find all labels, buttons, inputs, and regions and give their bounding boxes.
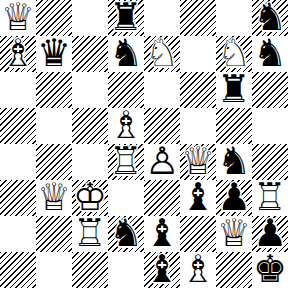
white-pawn-icon: ♙ bbox=[144, 144, 180, 180]
square-e3[interactable] bbox=[144, 180, 180, 216]
square-c3[interactable]: ♚♔ bbox=[72, 180, 108, 216]
white-rook-piece[interactable]: ♜♖ bbox=[108, 144, 144, 180]
black-knight-icon: ♞ bbox=[252, 36, 288, 72]
black-king-icon: ♚ bbox=[252, 252, 288, 288]
square-c7[interactable] bbox=[72, 36, 108, 72]
square-b4[interactable] bbox=[36, 144, 72, 180]
black-pawn-piece[interactable]: ♟♟ bbox=[216, 180, 252, 216]
black-queen-icon: ♛ bbox=[36, 36, 72, 72]
white-rook-icon: ♖ bbox=[108, 144, 144, 180]
square-h6[interactable] bbox=[252, 72, 288, 108]
black-rook-icon: ♜ bbox=[216, 72, 252, 108]
square-e6[interactable] bbox=[144, 72, 180, 108]
white-rook-piece[interactable]: ♜♖ bbox=[252, 180, 288, 216]
square-d7[interactable]: ♞♞ bbox=[108, 36, 144, 72]
black-knight-icon: ♞ bbox=[108, 36, 144, 72]
white-queen-icon: ♕ bbox=[180, 144, 216, 180]
square-f3[interactable]: ♝♝ bbox=[180, 180, 216, 216]
square-c1[interactable] bbox=[72, 252, 108, 288]
white-bishop-icon: ♗ bbox=[0, 36, 36, 72]
square-e4[interactable]: ♟♙ bbox=[144, 144, 180, 180]
white-bishop-piece[interactable]: ♝♗ bbox=[0, 36, 36, 72]
square-f7[interactable] bbox=[180, 36, 216, 72]
black-bishop-icon: ♝ bbox=[144, 216, 180, 252]
square-e2[interactable]: ♝♝ bbox=[144, 216, 180, 252]
square-e5[interactable] bbox=[144, 108, 180, 144]
square-b5[interactable] bbox=[36, 108, 72, 144]
square-h7[interactable]: ♞♞ bbox=[252, 36, 288, 72]
white-queen-piece[interactable]: ♛♕ bbox=[36, 180, 72, 216]
black-knight-icon: ♞ bbox=[252, 0, 288, 36]
square-a5[interactable] bbox=[0, 108, 36, 144]
black-pawn-icon: ♟ bbox=[252, 216, 288, 252]
square-e1[interactable]: ♝♝ bbox=[144, 252, 180, 288]
square-a1[interactable] bbox=[0, 252, 36, 288]
black-knight-piece[interactable]: ♞♞ bbox=[216, 144, 252, 180]
square-b6[interactable] bbox=[36, 72, 72, 108]
square-b2[interactable] bbox=[36, 216, 72, 252]
white-knight-icon: ♘ bbox=[144, 36, 180, 72]
square-f4[interactable]: ♛♕ bbox=[180, 144, 216, 180]
square-a7[interactable]: ♝♗ bbox=[0, 36, 36, 72]
square-c2[interactable]: ♜♖ bbox=[72, 216, 108, 252]
square-a3[interactable] bbox=[0, 180, 36, 216]
white-bishop-piece[interactable]: ♝♗ bbox=[108, 108, 144, 144]
square-g7[interactable]: ♞♘ bbox=[216, 36, 252, 72]
square-c5[interactable] bbox=[72, 108, 108, 144]
black-bishop-icon: ♝ bbox=[144, 252, 180, 288]
square-d2[interactable]: ♞♞ bbox=[108, 216, 144, 252]
white-queen-piece[interactable]: ♛♕ bbox=[0, 0, 36, 36]
square-h1[interactable]: ♚♚ bbox=[252, 252, 288, 288]
white-rook-icon: ♖ bbox=[252, 180, 288, 216]
square-h2[interactable]: ♟♟ bbox=[252, 216, 288, 252]
black-queen-piece[interactable]: ♛♛ bbox=[36, 36, 72, 72]
black-bishop-piece[interactable]: ♝♝ bbox=[180, 180, 216, 216]
white-rook-piece[interactable]: ♜♖ bbox=[72, 216, 108, 252]
black-pawn-icon: ♟ bbox=[216, 180, 252, 216]
black-knight-piece[interactable]: ♞♞ bbox=[252, 36, 288, 72]
square-d1[interactable] bbox=[108, 252, 144, 288]
square-h4[interactable] bbox=[252, 144, 288, 180]
black-knight-icon: ♞ bbox=[108, 216, 144, 252]
square-h3[interactable]: ♜♖ bbox=[252, 180, 288, 216]
white-knight-piece[interactable]: ♞♘ bbox=[216, 36, 252, 72]
square-b7[interactable]: ♛♛ bbox=[36, 36, 72, 72]
black-rook-icon: ♜ bbox=[108, 0, 144, 36]
square-e7[interactable]: ♞♘ bbox=[144, 36, 180, 72]
white-queen-icon: ♕ bbox=[216, 216, 252, 252]
square-h8[interactable]: ♞♞ bbox=[252, 0, 288, 36]
square-a6[interactable] bbox=[0, 72, 36, 108]
square-h5[interactable] bbox=[252, 108, 288, 144]
square-f2[interactable] bbox=[180, 216, 216, 252]
black-knight-piece[interactable]: ♞♞ bbox=[108, 36, 144, 72]
white-knight-icon: ♘ bbox=[216, 36, 252, 72]
square-b1[interactable] bbox=[36, 252, 72, 288]
chess-board: ♛♕♜♜♞♞♝♗♛♛♞♞♞♘♞♘♞♞♜♜♝♗♜♖♟♙♛♕♞♞♛♕♚♔♝♝♟♟♜♖… bbox=[0, 0, 288, 288]
square-b8[interactable] bbox=[36, 0, 72, 36]
black-king-piece[interactable]: ♚♚ bbox=[252, 252, 288, 288]
white-queen-icon: ♕ bbox=[36, 180, 72, 216]
square-a4[interactable] bbox=[0, 144, 36, 180]
white-queen-piece[interactable]: ♛♕ bbox=[216, 216, 252, 252]
square-g8[interactable] bbox=[216, 0, 252, 36]
square-a2[interactable] bbox=[0, 216, 36, 252]
white-knight-piece[interactable]: ♞♘ bbox=[144, 36, 180, 72]
square-c8[interactable] bbox=[72, 0, 108, 36]
black-bishop-piece[interactable]: ♝♝ bbox=[144, 216, 180, 252]
white-king-piece[interactable]: ♚♔ bbox=[72, 180, 108, 216]
square-f8[interactable] bbox=[180, 0, 216, 36]
square-f1[interactable]: ♝♗ bbox=[180, 252, 216, 288]
white-pawn-piece[interactable]: ♟♙ bbox=[144, 144, 180, 180]
white-king-icon: ♔ bbox=[72, 180, 108, 216]
black-bishop-piece[interactable]: ♝♝ bbox=[144, 252, 180, 288]
square-g3[interactable]: ♟♟ bbox=[216, 180, 252, 216]
square-a8[interactable]: ♛♕ bbox=[0, 0, 36, 36]
white-bishop-icon: ♗ bbox=[108, 108, 144, 144]
white-bishop-icon: ♗ bbox=[180, 252, 216, 288]
square-d5[interactable]: ♝♗ bbox=[108, 108, 144, 144]
square-f6[interactable] bbox=[180, 72, 216, 108]
white-queen-piece[interactable]: ♛♕ bbox=[180, 144, 216, 180]
black-knight-icon: ♞ bbox=[216, 144, 252, 180]
square-g6[interactable]: ♜♜ bbox=[216, 72, 252, 108]
square-b3[interactable]: ♛♕ bbox=[36, 180, 72, 216]
black-bishop-icon: ♝ bbox=[180, 180, 216, 216]
black-rook-piece[interactable]: ♜♜ bbox=[108, 0, 144, 36]
square-g5[interactable] bbox=[216, 108, 252, 144]
black-rook-piece[interactable]: ♜♜ bbox=[216, 72, 252, 108]
square-c4[interactable] bbox=[72, 144, 108, 180]
white-rook-icon: ♖ bbox=[72, 216, 108, 252]
square-d6[interactable] bbox=[108, 72, 144, 108]
square-d8[interactable]: ♜♜ bbox=[108, 0, 144, 36]
white-bishop-piece[interactable]: ♝♗ bbox=[180, 252, 216, 288]
square-g4[interactable]: ♞♞ bbox=[216, 144, 252, 180]
black-knight-piece[interactable]: ♞♞ bbox=[252, 0, 288, 36]
square-c6[interactable] bbox=[72, 72, 108, 108]
square-g1[interactable] bbox=[216, 252, 252, 288]
black-knight-piece[interactable]: ♞♞ bbox=[108, 216, 144, 252]
square-g2[interactable]: ♛♕ bbox=[216, 216, 252, 252]
square-f5[interactable] bbox=[180, 108, 216, 144]
white-queen-icon: ♕ bbox=[0, 0, 36, 36]
black-pawn-piece[interactable]: ♟♟ bbox=[252, 216, 288, 252]
square-d3[interactable] bbox=[108, 180, 144, 216]
square-d4[interactable]: ♜♖ bbox=[108, 144, 144, 180]
square-e8[interactable] bbox=[144, 0, 180, 36]
